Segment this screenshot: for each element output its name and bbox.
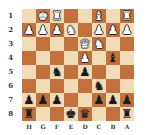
square-f1[interactable]: ♜ — [50, 9, 64, 23]
file-label-a: A — [120, 122, 134, 132]
square-h7[interactable]: ♟ — [22, 93, 36, 107]
square-c4[interactable] — [92, 51, 106, 65]
square-a6[interactable] — [120, 79, 134, 93]
rank-label-4: 4 — [0, 51, 20, 65]
square-f7[interactable]: ♟ — [50, 93, 64, 107]
square-d3[interactable]: ♛ — [78, 37, 92, 51]
black-pawn: ♟ — [108, 93, 119, 107]
square-a5[interactable] — [120, 65, 134, 79]
black-knight: ♞ — [52, 65, 63, 79]
square-b7[interactable]: ♟ — [106, 93, 120, 107]
rank-label-7: 7 — [0, 93, 20, 107]
square-e1[interactable] — [64, 9, 78, 23]
square-a2[interactable]: ♟ — [120, 23, 134, 37]
square-b2[interactable]: ♟ — [106, 23, 120, 37]
square-h4[interactable] — [22, 51, 36, 65]
black-rook: ♜ — [24, 107, 35, 121]
black-queen: ♛ — [80, 107, 91, 121]
rank-label-8: 8 — [0, 107, 20, 121]
black-knight: ♞ — [94, 79, 105, 93]
square-e4[interactable] — [64, 51, 78, 65]
white-rook: ♜ — [122, 9, 133, 23]
square-a4[interactable] — [120, 51, 134, 65]
white-king: ♚ — [38, 9, 49, 23]
square-b4[interactable]: ♝ — [106, 51, 120, 65]
square-g3[interactable] — [36, 37, 50, 51]
square-h8[interactable]: ♜ — [22, 107, 36, 121]
square-g2[interactable]: ♟ — [36, 23, 50, 37]
square-e7[interactable] — [64, 93, 78, 107]
square-h1[interactable] — [22, 9, 36, 23]
square-c6[interactable]: ♞ — [92, 79, 106, 93]
square-h6[interactable] — [22, 79, 36, 93]
square-b3[interactable] — [106, 37, 120, 51]
black-pawn: ♟ — [94, 93, 105, 107]
black-bishop: ♝ — [108, 51, 119, 65]
square-d5[interactable]: ♟ — [78, 65, 92, 79]
rank-label-6: 6 — [0, 79, 20, 93]
square-f4[interactable] — [50, 51, 64, 65]
white-knight: ♞ — [66, 23, 77, 37]
square-g5[interactable] — [36, 65, 50, 79]
square-b8[interactable] — [106, 107, 120, 121]
square-g7[interactable]: ♟ — [36, 93, 50, 107]
square-d4[interactable]: ♟ — [78, 51, 92, 65]
black-pawn: ♟ — [122, 93, 133, 107]
square-g6[interactable] — [36, 79, 50, 93]
square-e6[interactable] — [64, 79, 78, 93]
square-a3[interactable] — [120, 37, 134, 51]
square-c8[interactable] — [92, 107, 106, 121]
square-b1[interactable] — [106, 9, 120, 23]
square-a1[interactable]: ♜ — [120, 9, 134, 23]
square-e8[interactable]: ♚ — [64, 107, 78, 121]
square-d7[interactable] — [78, 93, 92, 107]
white-pawn: ♟ — [52, 23, 63, 37]
square-h3[interactable] — [22, 37, 36, 51]
rank-label-2: 2 — [0, 23, 20, 37]
square-c7[interactable]: ♟ — [92, 93, 106, 107]
square-f5[interactable]: ♞ — [50, 65, 64, 79]
file-label-h: H — [22, 122, 36, 132]
square-a7[interactable]: ♟ — [120, 93, 134, 107]
square-d2[interactable] — [78, 23, 92, 37]
file-label-b: B — [106, 122, 120, 132]
square-c3[interactable]: ♞ — [92, 37, 106, 51]
square-c5[interactable] — [92, 65, 106, 79]
black-king: ♚ — [66, 107, 77, 121]
white-pawn: ♟ — [24, 23, 35, 37]
square-f2[interactable]: ♟ — [50, 23, 64, 37]
square-g4[interactable] — [36, 51, 50, 65]
file-label-e: E — [64, 122, 78, 132]
square-e2[interactable]: ♞ — [64, 23, 78, 37]
rank-label-3: 3 — [0, 37, 20, 51]
square-c1[interactable]: ♝ — [92, 9, 106, 23]
black-pawn: ♟ — [24, 93, 35, 107]
chess-board: ♚♜♝♜♟♟♟♞♟♟♟♛♞♟♝♞♟♞♟♟♟♟♟♟♜♚♛♜ — [22, 9, 134, 121]
white-knight: ♞ — [94, 37, 105, 51]
black-pawn: ♟ — [38, 93, 49, 107]
square-a8[interactable]: ♜ — [120, 107, 134, 121]
square-c2[interactable]: ♟ — [92, 23, 106, 37]
square-g1[interactable]: ♚ — [36, 9, 50, 23]
white-pawn: ♟ — [94, 23, 105, 37]
square-d6[interactable] — [78, 79, 92, 93]
square-h5[interactable] — [22, 65, 36, 79]
square-g8[interactable] — [36, 107, 50, 121]
white-rook: ♜ — [52, 9, 63, 23]
file-label-f: F — [50, 122, 64, 132]
file-labels: HGFEDCBA — [22, 122, 134, 132]
square-e3[interactable] — [64, 37, 78, 51]
white-pawn: ♟ — [80, 51, 91, 65]
square-h2[interactable]: ♟ — [22, 23, 36, 37]
black-pawn: ♟ — [52, 93, 63, 107]
white-pawn: ♟ — [122, 23, 133, 37]
square-f3[interactable] — [50, 37, 64, 51]
black-pawn: ♟ — [80, 65, 91, 79]
file-label-d: D — [78, 122, 92, 132]
square-b6[interactable] — [106, 79, 120, 93]
rank-labels: 12345678 — [0, 9, 20, 121]
black-rook: ♜ — [122, 107, 133, 121]
square-b5[interactable] — [106, 65, 120, 79]
file-label-g: G — [36, 122, 50, 132]
file-label-c: C — [92, 122, 106, 132]
square-e5[interactable] — [64, 65, 78, 79]
square-d8[interactable]: ♛ — [78, 107, 92, 121]
square-f6[interactable] — [50, 79, 64, 93]
rank-label-5: 5 — [0, 65, 20, 79]
white-pawn: ♟ — [38, 23, 49, 37]
rank-label-1: 1 — [0, 9, 20, 23]
white-queen: ♛ — [80, 37, 91, 51]
square-f8[interactable] — [50, 107, 64, 121]
white-pawn: ♟ — [108, 23, 119, 37]
square-d1[interactable] — [78, 9, 92, 23]
white-bishop: ♝ — [94, 9, 105, 23]
